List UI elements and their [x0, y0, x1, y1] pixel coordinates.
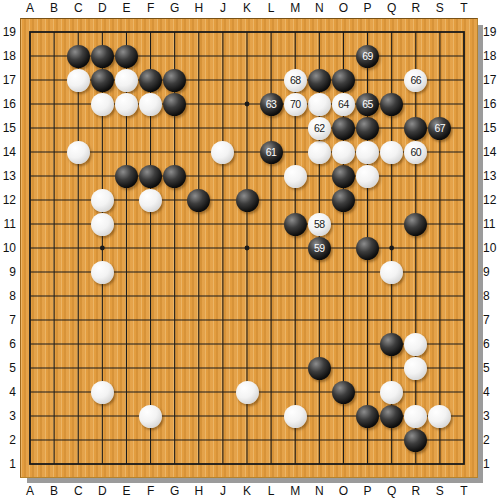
coord-top-M: M — [290, 1, 300, 15]
black-stone-R15 — [404, 117, 427, 140]
black-stone-R11 — [404, 213, 427, 236]
coord-left-1: 1 — [9, 457, 16, 471]
white-stone-P14 — [356, 141, 379, 164]
white-stone-C17 — [67, 69, 90, 92]
coord-left-14: 14 — [3, 145, 16, 159]
move-number: 60 — [410, 147, 421, 158]
coord-bottom-T: T — [460, 484, 467, 498]
black-stone-S15-move-67: 67 — [428, 117, 451, 140]
white-stone-E16 — [115, 93, 138, 116]
white-stone-R6 — [404, 333, 427, 356]
coord-left-8: 8 — [9, 289, 16, 303]
white-stone-O16-move-64: 64 — [332, 93, 355, 116]
black-stone-C18 — [67, 45, 90, 68]
black-stone-P18-move-69: 69 — [356, 45, 379, 68]
coord-right-1: 1 — [483, 457, 490, 471]
white-stone-C14 — [67, 141, 90, 164]
coord-top-O: O — [339, 1, 348, 15]
move-number: 66 — [410, 75, 421, 86]
coord-bottom-Q: Q — [387, 484, 396, 498]
white-stone-N11-move-58: 58 — [308, 213, 331, 236]
white-stone-P13 — [356, 165, 379, 188]
coord-right-6: 6 — [483, 337, 490, 351]
coord-top-J: J — [220, 1, 226, 15]
black-stone-N5 — [308, 357, 331, 380]
coord-bottom-B: B — [50, 484, 58, 498]
coord-left-16: 16 — [3, 97, 16, 111]
coord-bottom-N: N — [315, 484, 324, 498]
white-stone-R5 — [404, 357, 427, 380]
black-stone-Q3 — [380, 405, 403, 428]
coord-top-N: N — [315, 1, 324, 15]
coord-right-16: 16 — [483, 97, 496, 111]
white-stone-Q9 — [380, 261, 403, 284]
go-board-stage: AABBCCDDEEFFGGHHJJKKLLMMNNOOPPQQRRSSTT19… — [0, 0, 500, 500]
coord-bottom-A: A — [26, 484, 34, 498]
coord-left-18: 18 — [3, 49, 16, 63]
coord-left-15: 15 — [3, 121, 16, 135]
coord-left-2: 2 — [9, 433, 16, 447]
coord-bottom-L: L — [268, 484, 275, 498]
white-stone-J14 — [211, 141, 234, 164]
black-stone-D17 — [91, 69, 114, 92]
black-stone-E13 — [115, 165, 138, 188]
coord-top-K: K — [243, 1, 251, 15]
coord-left-5: 5 — [9, 361, 16, 375]
white-stone-D16 — [91, 93, 114, 116]
black-stone-F17 — [139, 69, 162, 92]
coord-bottom-P: P — [364, 484, 372, 498]
coord-left-13: 13 — [3, 169, 16, 183]
black-stone-G16 — [163, 93, 186, 116]
black-stone-D18 — [91, 45, 114, 68]
coord-bottom-M: M — [290, 484, 300, 498]
coord-bottom-O: O — [339, 484, 348, 498]
coord-top-P: P — [364, 1, 372, 15]
coord-right-9: 9 — [483, 265, 490, 279]
black-stone-P15 — [356, 117, 379, 140]
coord-top-L: L — [268, 1, 275, 15]
black-stone-Q16 — [380, 93, 403, 116]
coord-top-D: D — [98, 1, 107, 15]
black-stone-N10-move-59: 59 — [308, 237, 331, 260]
white-stone-R14-move-60: 60 — [404, 141, 427, 164]
coord-right-5: 5 — [483, 361, 490, 375]
white-stone-O14 — [332, 141, 355, 164]
white-stone-Q4 — [380, 381, 403, 404]
white-stone-N14 — [308, 141, 331, 164]
black-stone-G13 — [163, 165, 186, 188]
coord-right-3: 3 — [483, 409, 490, 423]
black-stone-O15 — [332, 117, 355, 140]
black-stone-O4 — [332, 381, 355, 404]
coord-left-19: 19 — [3, 25, 16, 39]
coord-top-Q: Q — [387, 1, 396, 15]
white-stone-F12 — [139, 189, 162, 212]
white-stone-D12 — [91, 189, 114, 212]
coord-left-6: 6 — [9, 337, 16, 351]
coord-top-B: B — [50, 1, 58, 15]
white-stone-F16 — [139, 93, 162, 116]
coord-top-A: A — [26, 1, 34, 15]
coord-right-13: 13 — [483, 169, 496, 183]
black-stone-L14-move-61: 61 — [260, 141, 283, 164]
coord-right-14: 14 — [483, 145, 496, 159]
white-stone-E17 — [115, 69, 138, 92]
black-stone-O13 — [332, 165, 355, 188]
white-stone-M17-move-68: 68 — [284, 69, 307, 92]
move-number: 61 — [266, 147, 277, 158]
coord-top-E: E — [122, 1, 130, 15]
move-number: 67 — [435, 123, 446, 134]
coord-top-T: T — [460, 1, 467, 15]
white-stone-R3 — [404, 405, 427, 428]
coord-right-12: 12 — [483, 193, 496, 207]
coord-bottom-S: S — [436, 484, 444, 498]
coord-bottom-H: H — [194, 484, 203, 498]
coord-left-7: 7 — [9, 313, 16, 327]
coord-top-R: R — [411, 1, 420, 15]
coord-top-G: G — [170, 1, 179, 15]
black-stone-E18 — [115, 45, 138, 68]
coord-right-10: 10 — [483, 241, 496, 255]
black-stone-M11 — [284, 213, 307, 236]
white-stone-D4 — [91, 381, 114, 404]
black-stone-O17 — [332, 69, 355, 92]
coord-right-19: 19 — [483, 25, 496, 39]
coord-bottom-D: D — [98, 484, 107, 498]
black-stone-K12 — [236, 189, 259, 212]
black-stone-R2 — [404, 429, 427, 452]
black-stone-P10 — [356, 237, 379, 260]
coord-left-10: 10 — [3, 241, 16, 255]
coord-bottom-G: G — [170, 484, 179, 498]
coord-right-7: 7 — [483, 313, 490, 327]
move-number: 58 — [314, 219, 325, 230]
coord-top-C: C — [74, 1, 83, 15]
move-number: 65 — [362, 99, 373, 110]
move-number: 69 — [362, 51, 373, 62]
white-stone-R17-move-66: 66 — [404, 69, 427, 92]
move-number: 64 — [338, 99, 349, 110]
coord-bottom-F: F — [147, 484, 154, 498]
white-stone-S3 — [428, 405, 451, 428]
coord-bottom-J: J — [220, 484, 226, 498]
white-stone-F3 — [139, 405, 162, 428]
white-stone-N15-move-62: 62 — [308, 117, 331, 140]
black-stone-L16-move-63: 63 — [260, 93, 283, 116]
coord-bottom-K: K — [243, 484, 251, 498]
black-stone-G17 — [163, 69, 186, 92]
black-stone-P16-move-65: 65 — [356, 93, 379, 116]
coord-right-2: 2 — [483, 433, 490, 447]
coord-top-H: H — [194, 1, 203, 15]
white-stone-K4 — [236, 381, 259, 404]
white-stone-M3 — [284, 405, 307, 428]
coord-right-15: 15 — [483, 121, 496, 135]
coord-left-3: 3 — [9, 409, 16, 423]
move-number: 68 — [290, 75, 301, 86]
coord-top-S: S — [436, 1, 444, 15]
coord-right-4: 4 — [483, 385, 490, 399]
move-number: 59 — [314, 243, 325, 254]
coord-top-F: F — [147, 1, 154, 15]
coord-bottom-C: C — [74, 484, 83, 498]
move-number: 70 — [290, 99, 301, 110]
white-stone-D11 — [91, 213, 114, 236]
coord-left-12: 12 — [3, 193, 16, 207]
coord-right-11: 11 — [483, 217, 495, 231]
coord-right-18: 18 — [483, 49, 496, 63]
white-stone-M16-move-70: 70 — [284, 93, 307, 116]
black-stone-N17 — [308, 69, 331, 92]
coord-left-9: 9 — [9, 265, 16, 279]
coord-bottom-E: E — [122, 484, 130, 498]
white-stone-D9 — [91, 261, 114, 284]
coord-left-11: 11 — [4, 217, 16, 231]
coord-left-4: 4 — [9, 385, 16, 399]
white-stone-Q14 — [380, 141, 403, 164]
coord-right-8: 8 — [483, 289, 490, 303]
black-stone-Q6 — [380, 333, 403, 356]
move-number: 63 — [266, 99, 277, 110]
black-stone-H12 — [187, 189, 210, 212]
white-stone-N16 — [308, 93, 331, 116]
black-stone-O12 — [332, 189, 355, 212]
move-number: 62 — [314, 123, 325, 134]
coord-left-17: 17 — [3, 73, 16, 87]
black-stone-F13 — [139, 165, 162, 188]
black-stone-P3 — [356, 405, 379, 428]
white-stone-M13 — [284, 165, 307, 188]
coord-bottom-R: R — [411, 484, 420, 498]
coord-right-17: 17 — [483, 73, 496, 87]
